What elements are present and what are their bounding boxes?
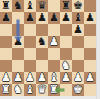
square-h4[interactable] <box>84 48 96 60</box>
piece-black-pawn[interactable]: ♟ <box>36 12 48 24</box>
chess-board[interactable]: ♜♞♝♛♜♚♟♟♟♟♟♝♟♟♟♞♟♞♟♟♟♟♝♟♟♟♜♞♝♛♜♚ <box>0 0 96 96</box>
square-d1[interactable]: ♛ <box>36 84 48 96</box>
square-d5[interactable]: ♞ <box>36 36 48 48</box>
piece-black-pawn[interactable]: ♟ <box>48 12 60 24</box>
square-a5[interactable] <box>0 36 12 48</box>
square-c7[interactable]: ♟ <box>24 12 36 24</box>
square-b5[interactable]: ♟ <box>12 36 24 48</box>
square-e4[interactable] <box>48 48 60 60</box>
piece-white-king[interactable]: ♚ <box>72 84 84 96</box>
square-c1[interactable]: ♝ <box>24 84 36 96</box>
square-e1[interactable]: ♜ <box>48 84 60 96</box>
square-h2[interactable]: ♟ <box>84 72 96 84</box>
square-g1[interactable]: ♚ <box>72 84 84 96</box>
square-d7[interactable]: ♟ <box>36 12 48 24</box>
square-a1[interactable]: ♜ <box>0 84 12 96</box>
square-f2[interactable]: ♟ <box>60 72 72 84</box>
chess-app-viewport: ♜♞♝♛♜♚♟♟♟♟♟♝♟♟♟♞♟♞♟♟♟♟♝♟♟♟♜♞♝♛♜♚ <box>0 0 100 99</box>
square-b7[interactable] <box>12 12 24 24</box>
square-d4[interactable] <box>36 48 48 60</box>
square-a4[interactable] <box>0 48 12 60</box>
page-margin-right <box>96 0 100 99</box>
piece-black-pawn[interactable]: ♟ <box>0 12 12 24</box>
square-f7[interactable]: ♟ <box>60 12 72 24</box>
square-h7[interactable]: ♟ <box>84 12 96 24</box>
square-g5[interactable] <box>72 36 84 48</box>
square-c6[interactable] <box>24 24 36 36</box>
square-h5[interactable] <box>84 36 96 48</box>
piece-black-pawn[interactable]: ♟ <box>24 12 36 24</box>
square-a7[interactable]: ♟ <box>0 12 12 24</box>
piece-white-bishop[interactable]: ♝ <box>24 84 36 96</box>
square-e5[interactable]: ♟ <box>48 36 60 48</box>
piece-white-pawn[interactable]: ♟ <box>48 36 60 48</box>
square-g4[interactable] <box>72 48 84 60</box>
piece-white-pawn[interactable]: ♟ <box>60 72 72 84</box>
square-b8[interactable]: ♞ <box>12 0 24 12</box>
square-c5[interactable] <box>24 36 36 48</box>
square-g6[interactable]: ♟ <box>72 24 84 36</box>
piece-black-knight[interactable]: ♞ <box>36 36 48 48</box>
piece-white-knight[interactable]: ♞ <box>12 84 24 96</box>
piece-black-pawn[interactable]: ♟ <box>12 36 24 48</box>
piece-white-pawn[interactable]: ♟ <box>84 72 96 84</box>
square-b4[interactable] <box>12 48 24 60</box>
square-a6[interactable] <box>0 24 12 36</box>
piece-black-pawn[interactable]: ♟ <box>60 12 72 24</box>
piece-white-queen[interactable]: ♛ <box>36 84 48 96</box>
square-e7[interactable]: ♟ <box>48 12 60 24</box>
square-c4[interactable] <box>24 48 36 60</box>
page-margin-bottom <box>0 96 96 99</box>
piece-white-rook[interactable]: ♜ <box>0 84 12 96</box>
square-f1[interactable] <box>60 84 72 96</box>
piece-black-knight[interactable]: ♞ <box>12 0 24 12</box>
piece-white-rook[interactable]: ♜ <box>48 84 60 96</box>
square-h6[interactable] <box>84 24 96 36</box>
square-b1[interactable]: ♞ <box>12 84 24 96</box>
piece-black-pawn[interactable]: ♟ <box>84 12 96 24</box>
piece-black-pawn[interactable]: ♟ <box>72 24 84 36</box>
square-h1[interactable] <box>84 84 96 96</box>
square-f6[interactable] <box>60 24 72 36</box>
square-f5[interactable] <box>60 36 72 48</box>
